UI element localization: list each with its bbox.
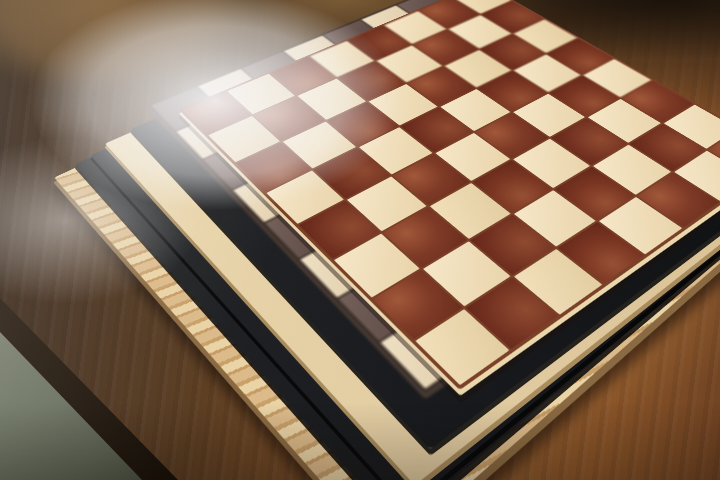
photo-stage <box>0 0 720 480</box>
board-scene <box>0 0 720 480</box>
